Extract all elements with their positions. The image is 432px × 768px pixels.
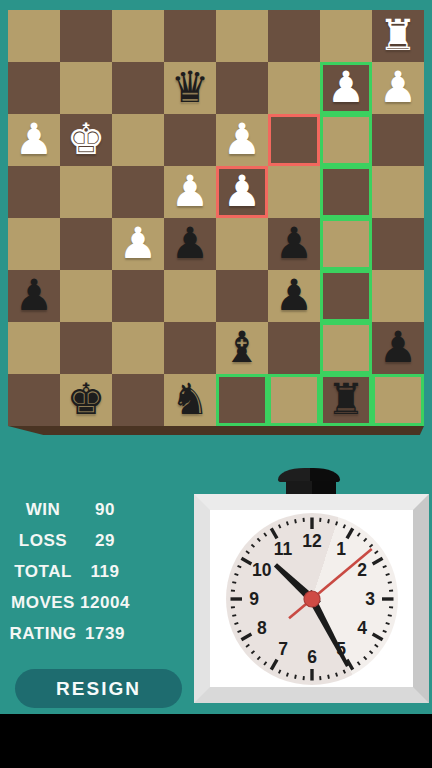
white-pawn: ♟ xyxy=(112,218,164,270)
square-r6c1[interactable]: ♟ xyxy=(8,270,60,322)
square-r6c6[interactable]: ♟ xyxy=(268,270,320,322)
white-rook: ♜ xyxy=(372,10,424,62)
square-r8c7[interactable]: ♜ xyxy=(320,374,372,426)
square-r7c3[interactable] xyxy=(112,322,164,374)
square-r3c5[interactable]: ♟ xyxy=(216,114,268,166)
square-r5c4[interactable]: ♟ xyxy=(164,218,216,270)
square-r3c1[interactable]: ♟ xyxy=(8,114,60,166)
stat-row-rating: RATING 1739 xyxy=(8,618,132,649)
square-r7c5[interactable]: ♝ xyxy=(216,322,268,374)
square-r5c8[interactable] xyxy=(372,218,424,270)
square-r6c8[interactable] xyxy=(372,270,424,322)
board-base-edge xyxy=(8,426,424,435)
second-hand xyxy=(288,547,372,618)
chess-clock: 123456789101112 xyxy=(194,494,429,703)
square-r8c4[interactable]: ♞ xyxy=(164,374,216,426)
square-r4c7[interactable] xyxy=(320,166,372,218)
square-r4c5[interactable]: ♟ xyxy=(216,166,268,218)
square-r3c4[interactable] xyxy=(164,114,216,166)
square-r6c5[interactable] xyxy=(216,270,268,322)
clock-face-svg: 123456789101112 xyxy=(226,513,398,685)
chess-app-screen: ♜♛♟♟♟♚♟♟♟♟♟♟♟♟♝♟♚♞♜ WIN 90 LOSS 29 TOTAL… xyxy=(0,0,432,768)
svg-text:4: 4 xyxy=(357,618,367,638)
square-r1c2[interactable] xyxy=(60,10,112,62)
black-king: ♚ xyxy=(60,374,112,426)
square-r5c2[interactable] xyxy=(60,218,112,270)
stat-row-moves: MOVES 12004 xyxy=(8,587,132,618)
square-r4c3[interactable] xyxy=(112,166,164,218)
square-r2c2[interactable] xyxy=(60,62,112,114)
stats-panel: WIN 90 LOSS 29 TOTAL 119 MOVES 12004 RAT… xyxy=(8,494,132,649)
square-r2c1[interactable] xyxy=(8,62,60,114)
square-r1c1[interactable] xyxy=(8,10,60,62)
black-pawn: ♟ xyxy=(268,270,320,322)
square-r7c2[interactable] xyxy=(60,322,112,374)
win-label: WIN xyxy=(8,500,78,520)
square-r7c1[interactable] xyxy=(8,322,60,374)
white-pawn: ♟ xyxy=(320,62,372,114)
black-pawn: ♟ xyxy=(164,218,216,270)
moves-label: MOVES xyxy=(8,593,78,613)
svg-text:2: 2 xyxy=(357,560,367,580)
stat-row-total: TOTAL 119 xyxy=(8,556,132,587)
square-r5c6[interactable]: ♟ xyxy=(268,218,320,270)
square-r3c2[interactable]: ♚ xyxy=(60,114,112,166)
black-pawn: ♟ xyxy=(8,270,60,322)
system-nav-bar xyxy=(0,714,432,768)
square-r2c8[interactable]: ♟ xyxy=(372,62,424,114)
square-r1c7[interactable] xyxy=(320,10,372,62)
black-queen: ♛ xyxy=(164,62,216,114)
white-pawn: ♟ xyxy=(8,114,60,166)
black-bishop: ♝ xyxy=(216,322,268,374)
loss-value: 29 xyxy=(78,531,132,551)
black-pawn: ♟ xyxy=(268,218,320,270)
square-r2c4[interactable]: ♛ xyxy=(164,62,216,114)
square-r2c3[interactable] xyxy=(112,62,164,114)
loss-label: LOSS xyxy=(8,531,78,551)
square-r4c4[interactable]: ♟ xyxy=(164,166,216,218)
square-r5c1[interactable] xyxy=(8,218,60,270)
square-r4c8[interactable] xyxy=(372,166,424,218)
square-r4c1[interactable] xyxy=(8,166,60,218)
svg-text:9: 9 xyxy=(249,589,259,609)
square-r8c8[interactable] xyxy=(372,374,424,426)
square-r7c8[interactable]: ♟ xyxy=(372,322,424,374)
stat-row-loss: LOSS 29 xyxy=(8,525,132,556)
svg-text:7: 7 xyxy=(278,639,288,659)
stat-row-win: WIN 90 xyxy=(8,494,132,525)
white-pawn: ♟ xyxy=(164,166,216,218)
square-r1c4[interactable] xyxy=(164,10,216,62)
square-r5c5[interactable] xyxy=(216,218,268,270)
white-king: ♚ xyxy=(60,114,112,166)
svg-text:10: 10 xyxy=(252,560,272,580)
win-value: 90 xyxy=(78,500,132,520)
black-knight: ♞ xyxy=(164,374,216,426)
svg-text:3: 3 xyxy=(365,589,375,609)
rating-label: RATING xyxy=(8,624,78,644)
svg-text:11: 11 xyxy=(273,538,292,558)
white-pawn: ♟ xyxy=(372,62,424,114)
square-r5c3[interactable]: ♟ xyxy=(112,218,164,270)
svg-text:12: 12 xyxy=(302,531,322,551)
square-r1c8[interactable]: ♜ xyxy=(372,10,424,62)
square-r3c7[interactable] xyxy=(320,114,372,166)
square-r8c2[interactable]: ♚ xyxy=(60,374,112,426)
square-r6c7[interactable] xyxy=(320,270,372,322)
square-r6c4[interactable] xyxy=(164,270,216,322)
clock-button-neck xyxy=(286,481,336,495)
moves-value: 12004 xyxy=(78,593,132,613)
square-r8c3[interactable] xyxy=(112,374,164,426)
svg-text:6: 6 xyxy=(307,647,317,667)
square-r1c6[interactable] xyxy=(268,10,320,62)
resign-button[interactable]: RESIGN xyxy=(15,669,182,708)
black-rook: ♜ xyxy=(320,374,372,426)
square-r8c6[interactable] xyxy=(268,374,320,426)
square-r1c3[interactable] xyxy=(112,10,164,62)
black-pawn: ♟ xyxy=(372,322,424,374)
square-r8c1[interactable] xyxy=(8,374,60,426)
square-r3c8[interactable] xyxy=(372,114,424,166)
square-r7c6[interactable] xyxy=(268,322,320,374)
square-r7c4[interactable] xyxy=(164,322,216,374)
square-r3c6[interactable] xyxy=(268,114,320,166)
rating-value: 1739 xyxy=(78,624,132,644)
square-r4c2[interactable] xyxy=(60,166,112,218)
square-r2c5[interactable] xyxy=(216,62,268,114)
square-r4c6[interactable] xyxy=(268,166,320,218)
clock-face: 123456789101112 xyxy=(226,513,398,685)
square-r6c2[interactable] xyxy=(60,270,112,322)
svg-text:1: 1 xyxy=(336,538,346,558)
white-pawn: ♟ xyxy=(216,114,268,166)
square-r8c5[interactable] xyxy=(216,374,268,426)
chess-board: ♜♛♟♟♟♚♟♟♟♟♟♟♟♟♝♟♚♞♜ xyxy=(8,10,424,426)
square-r5c7[interactable] xyxy=(320,218,372,270)
square-r7c7[interactable] xyxy=(320,322,372,374)
total-label: TOTAL xyxy=(8,562,78,582)
square-r3c3[interactable] xyxy=(112,114,164,166)
square-r2c6[interactable] xyxy=(268,62,320,114)
total-value: 119 xyxy=(78,562,132,582)
white-pawn: ♟ xyxy=(216,166,268,218)
square-r1c5[interactable] xyxy=(216,10,268,62)
square-r2c7[interactable]: ♟ xyxy=(320,62,372,114)
square-r6c3[interactable] xyxy=(112,270,164,322)
clock-button-icon xyxy=(278,468,340,482)
svg-text:8: 8 xyxy=(256,618,266,638)
